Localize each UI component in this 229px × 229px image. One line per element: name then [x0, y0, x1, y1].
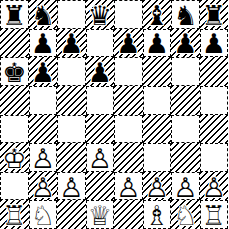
square-g6[interactable] — [171, 57, 200, 86]
square-f8[interactable]: ♝ — [143, 0, 172, 29]
square-a1[interactable]: ♜♖ — [0, 200, 29, 229]
white-pawn: ♟♙ — [31, 144, 55, 171]
square-g3[interactable] — [171, 143, 200, 172]
square-a3[interactable]: ♚♔ — [0, 143, 29, 172]
piece-outline: ♙ — [31, 172, 55, 201]
black-pawn: ♟ — [31, 30, 55, 57]
square-b3[interactable]: ♟♙ — [29, 143, 58, 172]
square-a6[interactable]: ♚ — [0, 57, 29, 86]
square-e2[interactable]: ♟♙ — [114, 172, 143, 201]
square-d5[interactable] — [86, 86, 115, 115]
square-b6[interactable]: ♟ — [29, 57, 58, 86]
square-c7[interactable]: ♟ — [57, 29, 86, 58]
square-f3[interactable] — [143, 143, 172, 172]
white-pawn: ♟♙ — [88, 144, 112, 171]
white-pawn: ♟♙ — [173, 173, 197, 200]
piece-outline: ♖ — [202, 200, 226, 229]
piece-outline: ♖ — [2, 200, 26, 229]
black-rook: ♜ — [202, 1, 226, 28]
square-f1[interactable]: ♝♗ — [143, 200, 172, 229]
square-h1[interactable]: ♜♖ — [200, 200, 229, 229]
square-a8[interactable]: ♜ — [0, 0, 29, 29]
square-c6[interactable] — [57, 57, 86, 86]
square-h4[interactable] — [200, 115, 229, 144]
white-pawn: ♟♙ — [202, 173, 226, 200]
square-e8[interactable] — [114, 0, 143, 29]
square-b2[interactable]: ♟♙ — [29, 172, 58, 201]
square-d4[interactable] — [86, 115, 115, 144]
square-g2[interactable]: ♟♙ — [171, 172, 200, 201]
piece-outline: ♙ — [88, 143, 112, 172]
black-pawn: ♟ — [145, 30, 169, 57]
square-b7[interactable]: ♟ — [29, 29, 58, 58]
square-g4[interactable] — [171, 115, 200, 144]
square-h7[interactable]: ♟ — [200, 29, 229, 58]
piece-outline: ♙ — [145, 172, 169, 201]
white-bishop: ♝♗ — [145, 202, 169, 229]
black-knight: ♞ — [31, 1, 55, 28]
piece-outline: ♘ — [173, 200, 197, 229]
piece-outline: ♕ — [88, 200, 112, 229]
black-bishop: ♝ — [145, 1, 169, 28]
black-king: ♚ — [2, 59, 26, 86]
black-pawn: ♟ — [202, 30, 226, 57]
square-e6[interactable] — [114, 57, 143, 86]
square-e4[interactable] — [114, 115, 143, 144]
square-e7[interactable]: ♟ — [114, 29, 143, 58]
square-e5[interactable] — [114, 86, 143, 115]
square-h3[interactable] — [200, 143, 229, 172]
square-c8[interactable] — [57, 0, 86, 29]
piece-outline: ♘ — [31, 200, 55, 229]
piece-outline: ♙ — [202, 172, 226, 201]
black-rook: ♜ — [2, 1, 26, 28]
square-a2[interactable] — [0, 172, 29, 201]
square-e3[interactable] — [114, 143, 143, 172]
square-c5[interactable] — [57, 86, 86, 115]
square-f7[interactable]: ♟ — [143, 29, 172, 58]
black-pawn: ♟ — [116, 30, 140, 57]
black-pawn: ♟ — [59, 30, 83, 57]
square-e1[interactable] — [114, 200, 143, 229]
square-b4[interactable] — [29, 115, 58, 144]
square-f5[interactable] — [143, 86, 172, 115]
white-king: ♚♔ — [2, 144, 26, 171]
square-f4[interactable] — [143, 115, 172, 144]
square-d7[interactable] — [86, 29, 115, 58]
square-c2[interactable]: ♟♙ — [57, 172, 86, 201]
square-f2[interactable]: ♟♙ — [143, 172, 172, 201]
piece-outline: ♙ — [116, 172, 140, 201]
square-g8[interactable]: ♞ — [171, 0, 200, 29]
piece-outline: ♙ — [59, 172, 83, 201]
square-h2[interactable]: ♟♙ — [200, 172, 229, 201]
square-a5[interactable] — [0, 86, 29, 115]
square-b5[interactable] — [29, 86, 58, 115]
black-pawn: ♟ — [88, 59, 112, 86]
white-rook: ♜♖ — [202, 202, 226, 229]
square-c1[interactable] — [57, 200, 86, 229]
black-queen: ♛ — [88, 1, 112, 28]
square-d8[interactable]: ♛ — [86, 0, 115, 29]
square-h5[interactable] — [200, 86, 229, 115]
square-a7[interactable] — [0, 29, 29, 58]
black-knight: ♞ — [173, 1, 197, 28]
piece-outline: ♔ — [2, 143, 26, 172]
square-b1[interactable]: ♞♘ — [29, 200, 58, 229]
square-f6[interactable] — [143, 57, 172, 86]
black-pawn: ♟ — [173, 30, 197, 57]
square-d2[interactable] — [86, 172, 115, 201]
piece-outline: ♙ — [31, 143, 55, 172]
square-c3[interactable] — [57, 143, 86, 172]
square-d1[interactable]: ♛♕ — [86, 200, 115, 229]
white-knight: ♞♘ — [31, 202, 55, 229]
white-pawn: ♟♙ — [145, 173, 169, 200]
square-h6[interactable] — [200, 57, 229, 86]
square-h8[interactable]: ♜ — [200, 0, 229, 29]
square-c4[interactable] — [57, 115, 86, 144]
square-d3[interactable]: ♟♙ — [86, 143, 115, 172]
square-a4[interactable] — [0, 115, 29, 144]
white-pawn: ♟♙ — [31, 173, 55, 200]
piece-outline: ♙ — [173, 172, 197, 201]
white-pawn: ♟♙ — [116, 173, 140, 200]
black-pawn: ♟ — [31, 59, 55, 86]
white-queen: ♛♕ — [88, 202, 112, 229]
square-g5[interactable] — [171, 86, 200, 115]
square-d6[interactable]: ♟ — [86, 57, 115, 86]
chess-board: ♜♞♛♝♞♜♟♟♟♟♟♟♚♟♟♚♔♟♙♟♙♟♙♟♙♟♙♟♙♟♙♟♙♜♖♞♘♛♕♝… — [0, 0, 228, 229]
piece-outline: ♗ — [145, 200, 169, 229]
white-rook: ♜♖ — [2, 202, 26, 229]
square-g7[interactable]: ♟ — [171, 29, 200, 58]
square-b8[interactable]: ♞ — [29, 0, 58, 29]
white-pawn: ♟♙ — [59, 173, 83, 200]
white-knight: ♞♘ — [173, 202, 197, 229]
square-g1[interactable]: ♞♘ — [171, 200, 200, 229]
